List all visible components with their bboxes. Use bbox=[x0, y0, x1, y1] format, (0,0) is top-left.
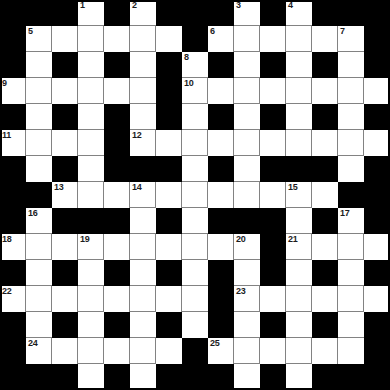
cell-r3c0[interactable]: 9 bbox=[0, 78, 26, 104]
block-r2c8 bbox=[208, 52, 234, 78]
cell-r5c10[interactable] bbox=[260, 130, 286, 156]
block-r10c12 bbox=[312, 260, 338, 286]
cell-r5c13[interactable] bbox=[338, 130, 364, 156]
cell-r7c6[interactable] bbox=[156, 182, 182, 208]
cell-r5c12[interactable] bbox=[312, 130, 338, 156]
block-r4c14 bbox=[364, 104, 390, 130]
cell-r9c5[interactable] bbox=[130, 234, 156, 260]
cell-r11c14[interactable] bbox=[364, 286, 390, 312]
block-r14c7 bbox=[182, 364, 208, 390]
clue-number-13: 13 bbox=[54, 182, 63, 193]
block-r14c1 bbox=[26, 364, 52, 390]
block-r4c4 bbox=[104, 104, 130, 130]
block-r10c6 bbox=[156, 260, 182, 286]
cell-r11c7[interactable] bbox=[182, 286, 208, 312]
cell-r13c4[interactable] bbox=[104, 338, 130, 364]
cell-r12c9[interactable] bbox=[234, 312, 260, 338]
cell-r11c6[interactable] bbox=[156, 286, 182, 312]
block-r10c10 bbox=[260, 260, 286, 286]
block-r8c8 bbox=[208, 208, 234, 234]
cell-r3c12[interactable] bbox=[312, 78, 338, 104]
cell-r3c14[interactable] bbox=[364, 78, 390, 104]
cell-r10c1[interactable] bbox=[26, 260, 52, 286]
cell-r9c14[interactable] bbox=[364, 234, 390, 260]
cell-r13c2[interactable] bbox=[52, 338, 78, 364]
cell-r1c3[interactable] bbox=[78, 26, 104, 52]
block-r2c2 bbox=[52, 52, 78, 78]
cell-r4c7[interactable] bbox=[182, 104, 208, 130]
cell-r9c2[interactable] bbox=[52, 234, 78, 260]
block-r6c6 bbox=[156, 156, 182, 182]
block-r10c2 bbox=[52, 260, 78, 286]
cell-r3c2[interactable] bbox=[52, 78, 78, 104]
clue-number-5: 5 bbox=[28, 26, 33, 37]
cell-r8c11[interactable] bbox=[286, 208, 312, 234]
cell-r14c3[interactable] bbox=[78, 364, 104, 390]
block-r8c14 bbox=[364, 208, 390, 234]
cell-r6c7[interactable] bbox=[182, 156, 208, 182]
cell-r7c4[interactable] bbox=[104, 182, 130, 208]
block-r4c2 bbox=[52, 104, 78, 130]
cell-r9c8[interactable] bbox=[208, 234, 234, 260]
block-r1c7 bbox=[182, 26, 208, 52]
block-r7c13 bbox=[338, 182, 364, 208]
cell-r7c10[interactable] bbox=[260, 182, 286, 208]
block-r6c8 bbox=[208, 156, 234, 182]
cell-r3c3[interactable] bbox=[78, 78, 104, 104]
cell-r5c3[interactable] bbox=[78, 130, 104, 156]
block-r0c12 bbox=[312, 0, 338, 26]
block-r10c14 bbox=[364, 260, 390, 286]
cell-r0c3[interactable]: 1 bbox=[78, 0, 104, 26]
cell-r4c3[interactable] bbox=[78, 104, 104, 130]
cell-r10c3[interactable] bbox=[78, 260, 104, 286]
block-r2c12 bbox=[312, 52, 338, 78]
cell-r1c1[interactable]: 5 bbox=[26, 26, 52, 52]
cell-r9c11[interactable]: 21 bbox=[286, 234, 312, 260]
block-r0c10 bbox=[260, 0, 286, 26]
block-r14c10 bbox=[260, 364, 286, 390]
cell-r1c4[interactable] bbox=[104, 26, 130, 52]
cell-r4c9[interactable] bbox=[234, 104, 260, 130]
block-r1c14 bbox=[364, 26, 390, 52]
block-r8c3 bbox=[78, 208, 104, 234]
cell-r9c3[interactable]: 19 bbox=[78, 234, 104, 260]
block-r10c4 bbox=[104, 260, 130, 286]
cell-r6c9[interactable] bbox=[234, 156, 260, 182]
clue-number-20: 20 bbox=[236, 234, 245, 245]
block-r4c0 bbox=[0, 104, 26, 130]
block-r13c7 bbox=[182, 338, 208, 364]
cell-r3c11[interactable] bbox=[286, 78, 312, 104]
clue-number-11: 11 bbox=[2, 130, 11, 141]
cell-r12c7[interactable] bbox=[182, 312, 208, 338]
block-r0c14 bbox=[364, 0, 390, 26]
block-r8c9 bbox=[234, 208, 260, 234]
cell-r13c3[interactable] bbox=[78, 338, 104, 364]
cell-r3c1[interactable] bbox=[26, 78, 52, 104]
cell-r3c13[interactable] bbox=[338, 78, 364, 104]
cell-r9c12[interactable] bbox=[312, 234, 338, 260]
cell-r9c4[interactable] bbox=[104, 234, 130, 260]
cell-r3c9[interactable] bbox=[234, 78, 260, 104]
block-r2c14 bbox=[364, 52, 390, 78]
cell-r7c7[interactable] bbox=[182, 182, 208, 208]
cell-r14c9[interactable] bbox=[234, 364, 260, 390]
cell-r3c7[interactable]: 10 bbox=[182, 78, 208, 104]
cell-r5c5[interactable]: 12 bbox=[130, 130, 156, 156]
block-r4c10 bbox=[260, 104, 286, 130]
cell-r11c5[interactable] bbox=[130, 286, 156, 312]
cell-r11c11[interactable] bbox=[286, 286, 312, 312]
block-r13c14 bbox=[364, 338, 390, 364]
block-r7c14 bbox=[364, 182, 390, 208]
cell-r7c9[interactable] bbox=[234, 182, 260, 208]
clue-number-24: 24 bbox=[28, 338, 37, 349]
block-r0c1 bbox=[26, 0, 52, 26]
block-r12c0 bbox=[0, 312, 26, 338]
block-r6c11 bbox=[286, 156, 312, 182]
clue-number-17: 17 bbox=[340, 208, 349, 219]
block-r14c4 bbox=[104, 364, 130, 390]
clue-number-16: 16 bbox=[28, 208, 37, 219]
cell-r2c11[interactable] bbox=[286, 52, 312, 78]
cell-r13c1[interactable]: 24 bbox=[26, 338, 52, 364]
block-r12c14 bbox=[364, 312, 390, 338]
cell-r13c13[interactable] bbox=[338, 338, 364, 364]
cell-r2c1[interactable] bbox=[26, 52, 52, 78]
cell-r12c13[interactable] bbox=[338, 312, 364, 338]
cell-r2c9[interactable] bbox=[234, 52, 260, 78]
cell-r5c2[interactable] bbox=[52, 130, 78, 156]
clue-number-4: 4 bbox=[288, 0, 293, 11]
cell-r11c1[interactable] bbox=[26, 286, 52, 312]
block-r9c10 bbox=[260, 234, 286, 260]
cell-r13c9[interactable] bbox=[234, 338, 260, 364]
cell-r14c11[interactable] bbox=[286, 364, 312, 390]
cell-r6c13[interactable] bbox=[338, 156, 364, 182]
cell-r4c5[interactable] bbox=[130, 104, 156, 130]
cell-r6c1[interactable] bbox=[26, 156, 52, 182]
cell-r3c10[interactable] bbox=[260, 78, 286, 104]
clue-number-25: 25 bbox=[210, 338, 219, 349]
block-r7c0 bbox=[0, 182, 26, 208]
cell-r10c5[interactable] bbox=[130, 260, 156, 286]
cell-r8c7[interactable] bbox=[182, 208, 208, 234]
block-r13c0 bbox=[0, 338, 26, 364]
block-r14c13 bbox=[338, 364, 364, 390]
clue-number-8: 8 bbox=[184, 52, 189, 63]
cell-r3c8[interactable] bbox=[208, 78, 234, 104]
cell-r7c3[interactable] bbox=[78, 182, 104, 208]
cell-r10c9[interactable] bbox=[234, 260, 260, 286]
block-r12c4 bbox=[104, 312, 130, 338]
cell-r9c0[interactable]: 18 bbox=[0, 234, 26, 260]
cell-r13c12[interactable] bbox=[312, 338, 338, 364]
block-r2c0 bbox=[0, 52, 26, 78]
cell-r13c10[interactable] bbox=[260, 338, 286, 364]
cell-r11c4[interactable] bbox=[104, 286, 130, 312]
clue-number-14: 14 bbox=[132, 182, 141, 193]
cell-r7c11[interactable]: 15 bbox=[286, 182, 312, 208]
block-r0c8 bbox=[208, 0, 234, 26]
block-r10c8 bbox=[208, 260, 234, 286]
block-r14c0 bbox=[0, 364, 26, 390]
cell-r1c12[interactable] bbox=[312, 26, 338, 52]
cell-r1c9[interactable] bbox=[234, 26, 260, 52]
clue-number-19: 19 bbox=[80, 234, 89, 245]
block-r0c6 bbox=[156, 0, 182, 26]
block-r4c12 bbox=[312, 104, 338, 130]
block-r14c14 bbox=[364, 364, 390, 390]
block-r8c10 bbox=[260, 208, 286, 234]
cell-r8c1[interactable]: 16 bbox=[26, 208, 52, 234]
block-r6c14 bbox=[364, 156, 390, 182]
clue-number-2: 2 bbox=[132, 0, 137, 11]
cell-r1c10[interactable] bbox=[260, 26, 286, 52]
cell-r2c7[interactable]: 8 bbox=[182, 52, 208, 78]
cell-r5c6[interactable] bbox=[156, 130, 182, 156]
block-r10c0 bbox=[0, 260, 26, 286]
clue-number-6: 6 bbox=[210, 26, 215, 37]
block-r8c12 bbox=[312, 208, 338, 234]
clue-number-18: 18 bbox=[2, 234, 11, 245]
clue-number-7: 7 bbox=[340, 26, 345, 37]
cell-r1c2[interactable] bbox=[52, 26, 78, 52]
block-r6c12 bbox=[312, 156, 338, 182]
cell-r5c14[interactable] bbox=[364, 130, 390, 156]
crossword-board: 1234567891011121314151617181920212223242… bbox=[0, 0, 390, 390]
cell-r8c5[interactable] bbox=[130, 208, 156, 234]
block-r14c2 bbox=[52, 364, 78, 390]
cell-r9c13[interactable] bbox=[338, 234, 364, 260]
cell-r7c8[interactable] bbox=[208, 182, 234, 208]
cell-r10c7[interactable] bbox=[182, 260, 208, 286]
cell-r13c6[interactable] bbox=[156, 338, 182, 364]
block-r1c0 bbox=[0, 26, 26, 52]
cell-r10c13[interactable] bbox=[338, 260, 364, 286]
block-r4c6 bbox=[156, 104, 182, 130]
cell-r11c9[interactable]: 23 bbox=[234, 286, 260, 312]
cell-r11c0[interactable]: 22 bbox=[0, 286, 26, 312]
block-r6c2 bbox=[52, 156, 78, 182]
block-r12c12 bbox=[312, 312, 338, 338]
cell-r2c3[interactable] bbox=[78, 52, 104, 78]
cell-r12c3[interactable] bbox=[78, 312, 104, 338]
clue-number-15: 15 bbox=[288, 182, 297, 193]
cell-r9c1[interactable] bbox=[26, 234, 52, 260]
block-r2c6 bbox=[156, 52, 182, 78]
cell-r3c5[interactable] bbox=[130, 78, 156, 104]
clue-number-23: 23 bbox=[236, 286, 245, 297]
cell-r3c4[interactable] bbox=[104, 78, 130, 104]
block-r11c8 bbox=[208, 286, 234, 312]
cell-r1c6[interactable] bbox=[156, 26, 182, 52]
cell-r0c9[interactable]: 3 bbox=[234, 0, 260, 26]
block-r7c1 bbox=[26, 182, 52, 208]
cell-r11c12[interactable] bbox=[312, 286, 338, 312]
clue-number-21: 21 bbox=[288, 234, 297, 245]
cell-r12c5[interactable] bbox=[130, 312, 156, 338]
cell-r7c12[interactable] bbox=[312, 182, 338, 208]
block-r8c6 bbox=[156, 208, 182, 234]
cell-r9c9[interactable]: 20 bbox=[234, 234, 260, 260]
cell-r8c13[interactable]: 17 bbox=[338, 208, 364, 234]
cell-r9c6[interactable] bbox=[156, 234, 182, 260]
cell-r13c11[interactable] bbox=[286, 338, 312, 364]
cell-r5c1[interactable] bbox=[26, 130, 52, 156]
block-r6c0 bbox=[0, 156, 26, 182]
block-r12c8 bbox=[208, 312, 234, 338]
cell-r1c11[interactable] bbox=[286, 26, 312, 52]
cell-r5c7[interactable] bbox=[182, 130, 208, 156]
cell-r2c5[interactable] bbox=[130, 52, 156, 78]
cell-r13c8[interactable]: 25 bbox=[208, 338, 234, 364]
cell-r7c5[interactable]: 14 bbox=[130, 182, 156, 208]
block-r5c4 bbox=[104, 130, 130, 156]
crossword-puzzle: 1234567891011121314151617181920212223242… bbox=[0, 0, 390, 390]
block-r0c7 bbox=[182, 0, 208, 26]
block-r0c2 bbox=[52, 0, 78, 26]
block-r14c12 bbox=[312, 364, 338, 390]
clue-number-9: 9 bbox=[2, 78, 7, 89]
cell-r1c13[interactable]: 7 bbox=[338, 26, 364, 52]
block-r12c2 bbox=[52, 312, 78, 338]
block-r8c0 bbox=[0, 208, 26, 234]
cell-r14c5[interactable] bbox=[130, 364, 156, 390]
block-r8c2 bbox=[52, 208, 78, 234]
block-r2c4 bbox=[104, 52, 130, 78]
cell-r5c0[interactable]: 11 bbox=[0, 130, 26, 156]
cell-r11c10[interactable] bbox=[260, 286, 286, 312]
block-r14c6 bbox=[156, 364, 182, 390]
cell-r5c11[interactable] bbox=[286, 130, 312, 156]
block-r0c13 bbox=[338, 0, 364, 26]
cell-r6c3[interactable] bbox=[78, 156, 104, 182]
cell-r1c8[interactable]: 6 bbox=[208, 26, 234, 52]
block-r0c0 bbox=[0, 0, 26, 26]
block-r3c6 bbox=[156, 78, 182, 104]
cell-r7c2[interactable]: 13 bbox=[52, 182, 78, 208]
cell-r13c5[interactable] bbox=[130, 338, 156, 364]
cell-r10c11[interactable] bbox=[286, 260, 312, 286]
cell-r4c11[interactable] bbox=[286, 104, 312, 130]
block-r4c8 bbox=[208, 104, 234, 130]
cell-r11c3[interactable] bbox=[78, 286, 104, 312]
cell-r1c5[interactable] bbox=[130, 26, 156, 52]
block-r12c6 bbox=[156, 312, 182, 338]
block-r6c5 bbox=[130, 156, 156, 182]
cell-r0c11[interactable]: 4 bbox=[286, 0, 312, 26]
cell-r12c1[interactable] bbox=[26, 312, 52, 338]
cell-r9c7[interactable] bbox=[182, 234, 208, 260]
block-r12c10 bbox=[260, 312, 286, 338]
clue-number-3: 3 bbox=[236, 0, 241, 11]
block-r2c10 bbox=[260, 52, 286, 78]
cell-r11c13[interactable] bbox=[338, 286, 364, 312]
clue-number-1: 1 bbox=[80, 0, 85, 11]
cell-r5c9[interactable] bbox=[234, 130, 260, 156]
cell-r4c1[interactable] bbox=[26, 104, 52, 130]
cell-r0c5[interactable]: 2 bbox=[130, 0, 156, 26]
clue-number-10: 10 bbox=[184, 78, 193, 89]
cell-r4c13[interactable] bbox=[338, 104, 364, 130]
cell-r12c11[interactable] bbox=[286, 312, 312, 338]
block-r0c4 bbox=[104, 0, 130, 26]
cell-r5c8[interactable] bbox=[208, 130, 234, 156]
block-r6c4 bbox=[104, 156, 130, 182]
cell-r2c13[interactable] bbox=[338, 52, 364, 78]
clue-number-22: 22 bbox=[2, 286, 11, 297]
block-r8c4 bbox=[104, 208, 130, 234]
cell-r11c2[interactable] bbox=[52, 286, 78, 312]
block-r14c8 bbox=[208, 364, 234, 390]
block-r6c10 bbox=[260, 156, 286, 182]
clue-number-12: 12 bbox=[132, 130, 141, 141]
